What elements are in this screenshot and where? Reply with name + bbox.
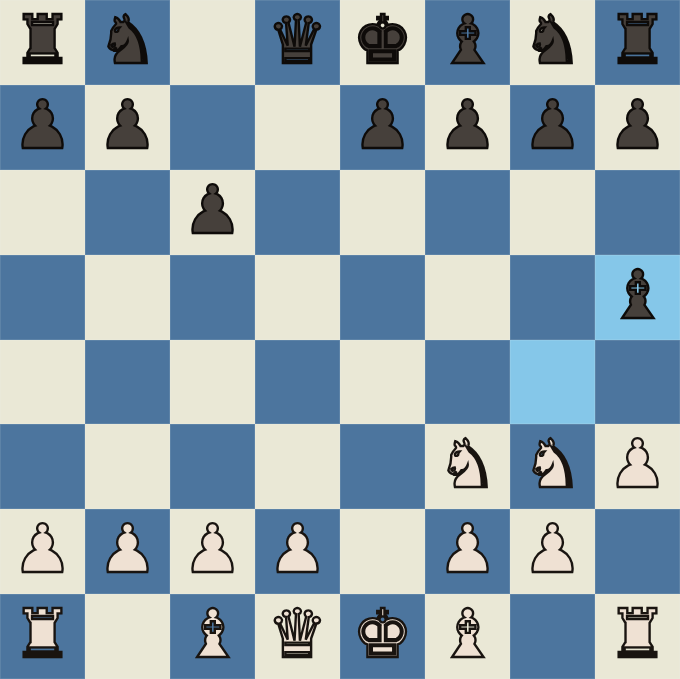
piece-white-rook[interactable]: ♜ (0, 594, 85, 679)
square-f5[interactable] (425, 255, 510, 340)
piece-black-bishop[interactable]: ♝ (425, 0, 510, 85)
square-g3[interactable]: ♞ (510, 424, 595, 509)
square-a8[interactable]: ♜ (0, 0, 85, 85)
square-g5[interactable] (510, 255, 595, 340)
square-d6[interactable] (255, 170, 340, 255)
square-b7[interactable]: ♟ (85, 85, 170, 170)
piece-black-rook[interactable]: ♜ (0, 0, 85, 85)
square-c6[interactable]: ♟ (170, 170, 255, 255)
piece-black-pawn[interactable]: ♟ (170, 170, 255, 255)
square-g1[interactable] (510, 594, 595, 679)
piece-white-pawn[interactable]: ♟ (510, 509, 595, 594)
square-d8[interactable]: ♛ (255, 0, 340, 85)
piece-black-queen[interactable]: ♛ (255, 0, 340, 85)
square-h2[interactable] (595, 509, 680, 594)
square-f7[interactable]: ♟ (425, 85, 510, 170)
square-a3[interactable] (0, 424, 85, 509)
square-g2[interactable]: ♟ (510, 509, 595, 594)
square-a6[interactable] (0, 170, 85, 255)
piece-black-knight[interactable]: ♞ (85, 0, 170, 85)
piece-white-rook[interactable]: ♜ (595, 594, 680, 679)
chess-board-container: ♜♞♛♚♝♞♜♟♟♟♟♟♟♟♝♞♞♟♟♟♟♟♟♟♜♝♛♚♝♜ (0, 0, 680, 679)
square-c5[interactable] (170, 255, 255, 340)
square-h7[interactable]: ♟ (595, 85, 680, 170)
square-e3[interactable] (340, 424, 425, 509)
piece-white-bishop[interactable]: ♝ (170, 594, 255, 679)
piece-white-pawn[interactable]: ♟ (255, 509, 340, 594)
square-e7[interactable]: ♟ (340, 85, 425, 170)
piece-black-pawn[interactable]: ♟ (425, 85, 510, 170)
square-g6[interactable] (510, 170, 595, 255)
piece-white-pawn[interactable]: ♟ (170, 509, 255, 594)
piece-black-bishop[interactable]: ♝ (595, 255, 680, 340)
square-f2[interactable]: ♟ (425, 509, 510, 594)
square-a1[interactable]: ♜ (0, 594, 85, 679)
square-g4[interactable] (510, 340, 595, 425)
square-d1[interactable]: ♛ (255, 594, 340, 679)
piece-white-pawn[interactable]: ♟ (425, 509, 510, 594)
square-h6[interactable] (595, 170, 680, 255)
square-c3[interactable] (170, 424, 255, 509)
piece-black-king[interactable]: ♚ (340, 0, 425, 85)
square-f1[interactable]: ♝ (425, 594, 510, 679)
piece-black-pawn[interactable]: ♟ (85, 85, 170, 170)
square-c8[interactable] (170, 0, 255, 85)
square-d2[interactable]: ♟ (255, 509, 340, 594)
piece-black-pawn[interactable]: ♟ (510, 85, 595, 170)
square-h5[interactable]: ♝ (595, 255, 680, 340)
square-f4[interactable] (425, 340, 510, 425)
square-f8[interactable]: ♝ (425, 0, 510, 85)
square-b4[interactable] (85, 340, 170, 425)
square-b2[interactable]: ♟ (85, 509, 170, 594)
square-b8[interactable]: ♞ (85, 0, 170, 85)
square-a2[interactable]: ♟ (0, 509, 85, 594)
square-e6[interactable] (340, 170, 425, 255)
piece-black-knight[interactable]: ♞ (510, 0, 595, 85)
piece-black-pawn[interactable]: ♟ (340, 85, 425, 170)
square-b5[interactable] (85, 255, 170, 340)
piece-white-pawn[interactable]: ♟ (85, 509, 170, 594)
piece-white-pawn[interactable]: ♟ (0, 509, 85, 594)
square-c4[interactable] (170, 340, 255, 425)
piece-white-queen[interactable]: ♛ (255, 594, 340, 679)
piece-white-knight[interactable]: ♞ (510, 424, 595, 509)
piece-white-king[interactable]: ♚ (340, 594, 425, 679)
square-f6[interactable] (425, 170, 510, 255)
piece-white-bishop[interactable]: ♝ (425, 594, 510, 679)
square-h1[interactable]: ♜ (595, 594, 680, 679)
square-g8[interactable]: ♞ (510, 0, 595, 85)
square-b3[interactable] (85, 424, 170, 509)
square-e8[interactable]: ♚ (340, 0, 425, 85)
square-g7[interactable]: ♟ (510, 85, 595, 170)
square-e4[interactable] (340, 340, 425, 425)
square-b1[interactable] (85, 594, 170, 679)
square-a4[interactable] (0, 340, 85, 425)
chess-board: ♜♞♛♚♝♞♜♟♟♟♟♟♟♟♝♞♞♟♟♟♟♟♟♟♜♝♛♚♝♜ (0, 0, 680, 679)
square-h8[interactable]: ♜ (595, 0, 680, 85)
square-d3[interactable] (255, 424, 340, 509)
square-c1[interactable]: ♝ (170, 594, 255, 679)
square-d7[interactable] (255, 85, 340, 170)
square-c7[interactable] (170, 85, 255, 170)
square-h4[interactable] (595, 340, 680, 425)
square-b6[interactable] (85, 170, 170, 255)
piece-white-pawn[interactable]: ♟ (595, 424, 680, 509)
square-a7[interactable]: ♟ (0, 85, 85, 170)
square-e1[interactable]: ♚ (340, 594, 425, 679)
piece-black-rook[interactable]: ♜ (595, 0, 680, 85)
square-d4[interactable] (255, 340, 340, 425)
square-h3[interactable]: ♟ (595, 424, 680, 509)
square-a5[interactable] (0, 255, 85, 340)
piece-white-knight[interactable]: ♞ (425, 424, 510, 509)
square-e2[interactable] (340, 509, 425, 594)
piece-black-pawn[interactable]: ♟ (595, 85, 680, 170)
square-e5[interactable] (340, 255, 425, 340)
square-d5[interactable] (255, 255, 340, 340)
square-c2[interactable]: ♟ (170, 509, 255, 594)
square-f3[interactable]: ♞ (425, 424, 510, 509)
piece-black-pawn[interactable]: ♟ (0, 85, 85, 170)
